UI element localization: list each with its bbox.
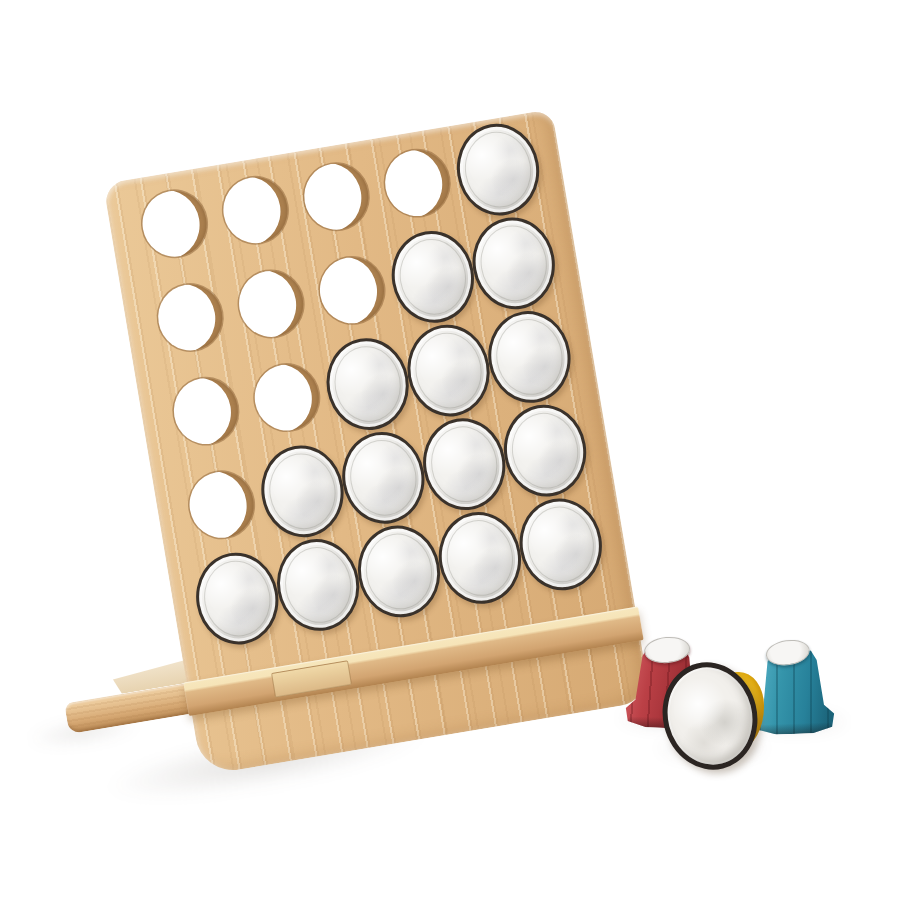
cell-r5c2[interactable] bbox=[270, 531, 367, 638]
cell-r4c4[interactable] bbox=[416, 410, 513, 517]
rail-tenon bbox=[271, 660, 352, 698]
cell-r3c5[interactable] bbox=[481, 303, 578, 410]
empty-hole[interactable] bbox=[250, 359, 324, 435]
cell-r2c5[interactable] bbox=[465, 209, 562, 316]
cell-r2c4[interactable] bbox=[384, 223, 481, 330]
cell-r2c3[interactable] bbox=[304, 236, 401, 343]
placed-capsule[interactable] bbox=[270, 532, 366, 636]
cell-r2c2[interactable] bbox=[223, 250, 320, 357]
cell-r5c5[interactable] bbox=[512, 490, 609, 597]
placed-capsule[interactable] bbox=[400, 318, 496, 422]
cell-r5c1[interactable] bbox=[189, 544, 286, 651]
placed-capsule[interactable] bbox=[416, 412, 512, 516]
empty-hole[interactable] bbox=[234, 266, 308, 342]
capsule-grid bbox=[126, 115, 609, 651]
cell-r1c2[interactable] bbox=[207, 156, 304, 263]
placed-capsule[interactable] bbox=[351, 519, 447, 623]
empty-hole[interactable] bbox=[299, 158, 373, 234]
placed-capsule[interactable] bbox=[466, 211, 562, 315]
loose-capsule-teal[interactable] bbox=[750, 639, 835, 736]
empty-hole[interactable] bbox=[184, 467, 258, 543]
cell-r4c3[interactable] bbox=[335, 424, 432, 531]
placed-capsule[interactable] bbox=[320, 331, 416, 435]
placed-capsule[interactable] bbox=[254, 439, 350, 543]
scene bbox=[0, 0, 900, 900]
capsule-holder-stand bbox=[103, 109, 651, 776]
placed-capsule[interactable] bbox=[450, 117, 546, 221]
empty-hole[interactable] bbox=[169, 373, 243, 449]
placed-capsule[interactable] bbox=[497, 398, 593, 502]
cell-r5c3[interactable] bbox=[351, 517, 448, 624]
empty-hole[interactable] bbox=[380, 145, 454, 221]
cell-r3c3[interactable] bbox=[319, 330, 416, 437]
placed-capsule[interactable] bbox=[481, 304, 577, 408]
cell-r3c1[interactable] bbox=[158, 357, 255, 464]
cell-r1c1[interactable] bbox=[126, 170, 223, 277]
cell-r1c5[interactable] bbox=[450, 115, 547, 222]
placed-capsule[interactable] bbox=[335, 425, 431, 529]
cell-r1c4[interactable] bbox=[369, 129, 466, 236]
empty-hole[interactable] bbox=[137, 185, 211, 261]
placed-capsule[interactable] bbox=[513, 492, 609, 596]
capsule-board bbox=[103, 109, 651, 776]
cell-r4c5[interactable] bbox=[497, 397, 594, 504]
placed-capsule[interactable] bbox=[385, 224, 481, 328]
cell-r4c2[interactable] bbox=[254, 437, 351, 544]
empty-hole[interactable] bbox=[153, 279, 227, 355]
cell-r3c4[interactable] bbox=[400, 316, 497, 423]
cell-r4c1[interactable] bbox=[173, 451, 270, 558]
placed-capsule[interactable] bbox=[189, 546, 285, 650]
empty-hole[interactable] bbox=[218, 172, 292, 248]
cell-r1c3[interactable] bbox=[288, 143, 385, 250]
cell-r3c2[interactable] bbox=[238, 343, 335, 450]
empty-hole[interactable] bbox=[315, 252, 389, 328]
placed-capsule[interactable] bbox=[432, 505, 528, 609]
cell-r5c4[interactable] bbox=[432, 504, 529, 611]
cell-r2c1[interactable] bbox=[142, 263, 239, 370]
